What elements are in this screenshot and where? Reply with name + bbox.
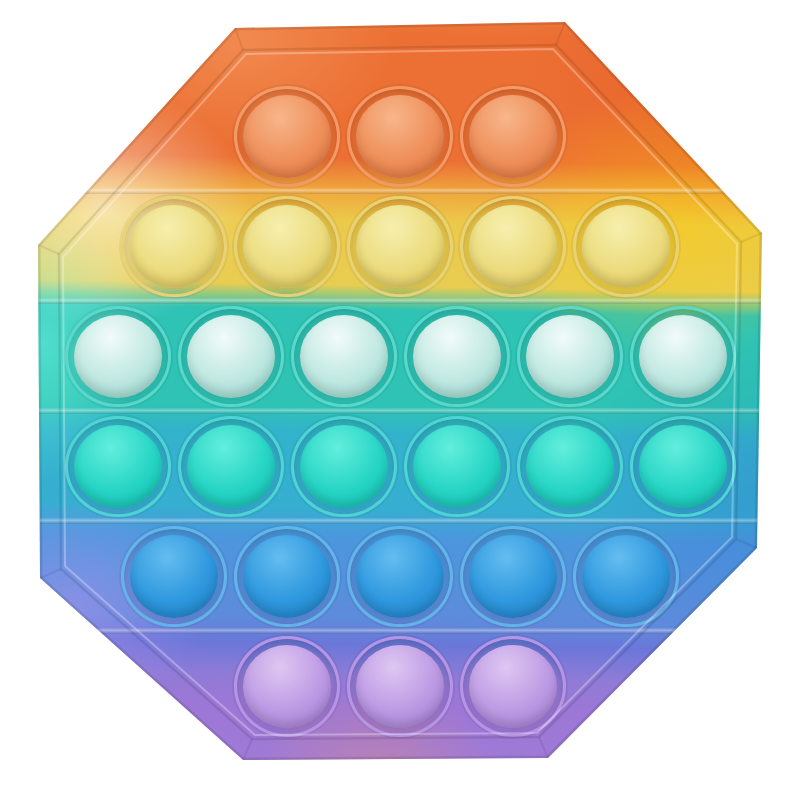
bubble-dome	[469, 535, 557, 618]
bubble-r3-c6[interactable]	[626, 304, 739, 408]
bubble-dome	[74, 315, 162, 398]
bubble-r6-c1[interactable]	[231, 634, 344, 738]
pop-it-board	[0, 0, 800, 800]
bubble-dome	[74, 425, 162, 508]
bubble-dome	[356, 535, 444, 618]
bubble-r3-c1[interactable]	[61, 304, 174, 408]
bubble-r3-c3[interactable]	[287, 304, 400, 408]
bubble-dome	[243, 95, 331, 178]
bubble-r2-c5[interactable]	[570, 194, 683, 298]
bubble-r2-c2[interactable]	[231, 194, 344, 298]
bubble-dome	[469, 95, 557, 178]
bubble-dome	[300, 315, 388, 398]
bubble-r5-c1[interactable]	[118, 524, 231, 628]
bubble-socket	[460, 86, 566, 187]
bubble-socket	[178, 416, 284, 517]
bubble-dome	[300, 425, 388, 508]
bubble-dome	[469, 205, 557, 288]
bubble-r3-c5[interactable]	[513, 304, 626, 408]
bubble-dome	[356, 645, 444, 728]
bubble-dome	[130, 535, 218, 618]
bubble-dome	[413, 315, 501, 398]
bubble-socket	[347, 526, 453, 627]
bubble-dome	[356, 205, 444, 288]
bubble-socket	[347, 86, 453, 187]
bubble-socket	[234, 196, 340, 297]
bubble-dome	[639, 425, 727, 508]
bubble-r4-c6[interactable]	[626, 414, 739, 518]
bubble-socket	[460, 636, 566, 737]
bubble-socket	[517, 306, 623, 407]
bubble-r4-c5[interactable]	[513, 414, 626, 518]
bubble-r5-c3[interactable]	[344, 524, 457, 628]
bubble-r2-c3[interactable]	[344, 194, 457, 298]
bubble-dome	[526, 425, 614, 508]
bubble-socket	[404, 306, 510, 407]
bubble-dome	[187, 315, 275, 398]
bubble-socket	[630, 416, 736, 517]
bubble-socket	[178, 306, 284, 407]
bubble-dome	[243, 645, 331, 728]
bubble-dome	[413, 425, 501, 508]
bubble-dome	[582, 205, 670, 288]
bubble-row-3	[61, 304, 739, 408]
bubble-socket	[404, 416, 510, 517]
bubble-dome	[639, 315, 727, 398]
bubble-dome	[130, 205, 218, 288]
bubble-dome	[243, 205, 331, 288]
photo-background	[0, 0, 800, 800]
bubble-row-5	[118, 524, 683, 628]
bubble-socket	[573, 196, 679, 297]
bubble-r1-c2[interactable]	[344, 84, 457, 188]
bubble-socket	[121, 526, 227, 627]
bubble-r5-c4[interactable]	[457, 524, 570, 628]
bubble-r4-c2[interactable]	[174, 414, 287, 518]
bubble-row-1	[231, 84, 570, 188]
bubble-dome	[243, 535, 331, 618]
bubble-socket	[121, 196, 227, 297]
bubble-dome	[582, 535, 670, 618]
bubble-r6-c2[interactable]	[344, 634, 457, 738]
bubble-r3-c4[interactable]	[400, 304, 513, 408]
bubble-socket	[65, 416, 171, 517]
bubble-r2-c1[interactable]	[118, 194, 231, 298]
bubble-socket	[630, 306, 736, 407]
bubble-socket	[65, 306, 171, 407]
bubble-socket	[234, 526, 340, 627]
bubble-socket	[517, 416, 623, 517]
bubble-r1-c3[interactable]	[457, 84, 570, 188]
bubble-r5-c5[interactable]	[570, 524, 683, 628]
bubble-dome	[469, 645, 557, 728]
bubble-socket	[291, 416, 397, 517]
bubble-row-6	[231, 634, 570, 738]
bubble-dome	[356, 95, 444, 178]
bubble-r4-c4[interactable]	[400, 414, 513, 518]
bubble-r5-c2[interactable]	[231, 524, 344, 628]
bubble-r4-c1[interactable]	[61, 414, 174, 518]
bubble-dome	[526, 315, 614, 398]
bubble-r2-c4[interactable]	[457, 194, 570, 298]
bubble-r1-c1[interactable]	[231, 84, 344, 188]
bubble-r6-c3[interactable]	[457, 634, 570, 738]
bubble-socket	[347, 196, 453, 297]
bubble-r4-c3[interactable]	[287, 414, 400, 518]
bubble-socket	[460, 196, 566, 297]
bubble-socket	[234, 636, 340, 737]
bubble-socket	[460, 526, 566, 627]
bubble-socket	[234, 86, 340, 187]
bubble-row-4	[61, 414, 739, 518]
bubble-row-2	[118, 194, 683, 298]
bubble-r3-c2[interactable]	[174, 304, 287, 408]
bubble-socket	[573, 526, 679, 627]
bubble-dome	[187, 425, 275, 508]
pop-it-toy-body	[0, 0, 800, 800]
bubble-socket	[347, 636, 453, 737]
bubble-socket	[291, 306, 397, 407]
